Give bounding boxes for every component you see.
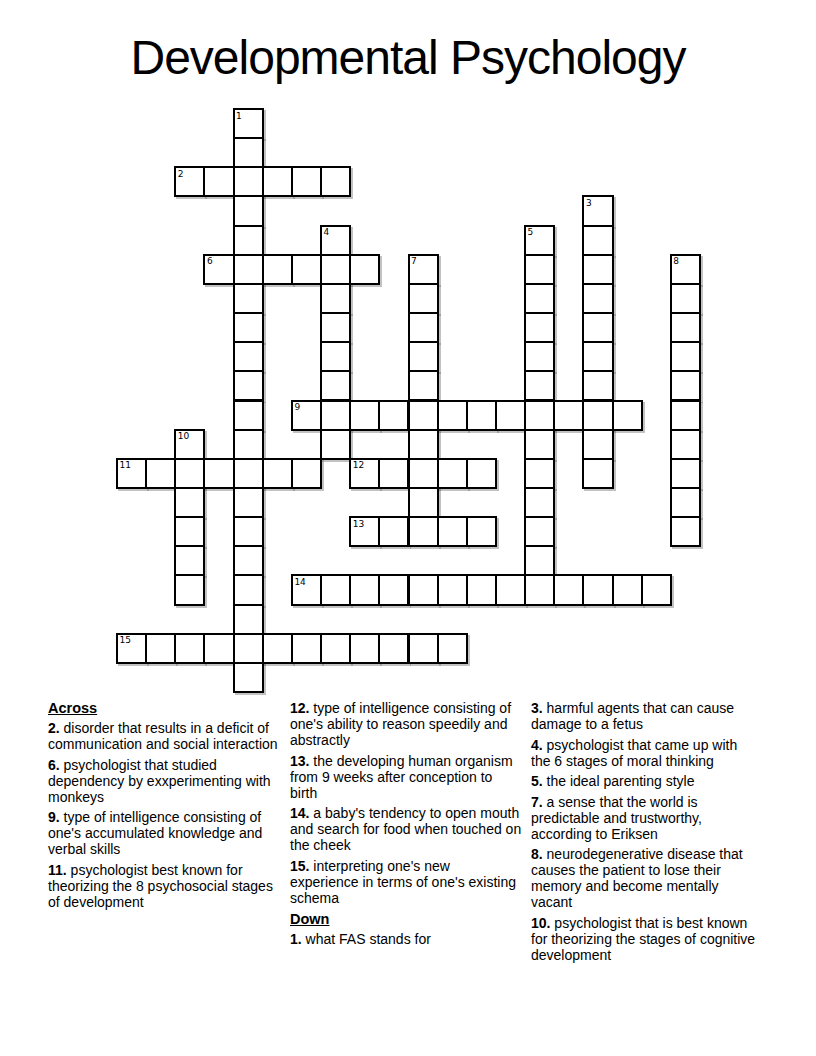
grid-cell-r14c10[interactable] (408, 516, 439, 547)
grid-cell-r9c7[interactable] (320, 370, 351, 401)
grid-cell-r18c10[interactable] (408, 633, 439, 664)
grid-number-5: 5 (528, 227, 534, 237)
grid-cell-r14c9[interactable] (378, 516, 409, 547)
clue-text: the developing human organism from 9 wee… (290, 753, 513, 801)
grid-number-4: 4 (324, 227, 330, 237)
crossword-board: 123456789101112131415 (117, 109, 700, 692)
grid-cell-r7c7[interactable] (320, 312, 351, 343)
grid-cell-r5c14[interactable] (524, 254, 555, 285)
grid-cell-r11c16[interactable] (582, 429, 613, 460)
grid-number-8: 8 (673, 256, 679, 266)
grid-cell-r16c13[interactable] (495, 574, 526, 605)
clue-down-1: 1. what FAS stands for (290, 931, 522, 947)
grid-cell-r15c4[interactable] (233, 545, 264, 576)
grid-cell-r5c16[interactable] (582, 254, 613, 285)
grid-cell-r12c6[interactable] (291, 458, 322, 489)
grid-cell-r10c7[interactable] (320, 400, 351, 431)
grid-cell-r2c4[interactable] (233, 166, 264, 197)
grid-cell-r16c12[interactable] (466, 574, 497, 605)
grid-cell-r10c8[interactable] (349, 400, 380, 431)
clue-across-11: 11. psychologist best known for theorizi… (48, 862, 280, 910)
grid-cell-r7c16[interactable] (582, 312, 613, 343)
grid-number-1: 1 (236, 111, 242, 121)
grid-cell-r7c10[interactable] (408, 312, 439, 343)
grid-cell-r11c14[interactable] (524, 429, 555, 460)
grid-cell-r8c14[interactable] (524, 341, 555, 372)
clue-number-label: 4. (531, 737, 543, 753)
clue-down-7: 7. a sense that the world is predictable… (531, 794, 757, 842)
grid-cell-r10c16[interactable] (582, 400, 613, 431)
grid-cell-r17c4[interactable] (233, 604, 264, 635)
grid-cell-r19c4[interactable] (233, 662, 264, 693)
grid-cell-r12c16[interactable] (582, 458, 613, 489)
grid-cell-r16c17[interactable] (612, 574, 643, 605)
clue-number-label: 15. (290, 858, 309, 874)
grid-cell-r16c16[interactable] (582, 574, 613, 605)
grid-cell-r18c2[interactable] (174, 633, 205, 664)
grid-cell-r12c9[interactable] (378, 458, 409, 489)
grid-cell-r10c17[interactable] (612, 400, 643, 431)
grid-cell-r11c19[interactable] (670, 429, 701, 460)
grid-cell-r15c2[interactable] (174, 545, 205, 576)
grid-cell-r16c11[interactable] (437, 574, 468, 605)
grid-cell-r16c4[interactable] (233, 574, 264, 605)
grid-cell-r6c7[interactable] (320, 283, 351, 314)
clue-across-2: 2. disorder that results in a deficit of… (48, 720, 280, 752)
grid-cell-r6c16[interactable] (582, 283, 613, 314)
clue-number-label: 11. (48, 862, 67, 878)
grid-cell-r10c10[interactable] (408, 400, 439, 431)
grid-cell-r16c9[interactable] (378, 574, 409, 605)
clue-number-label: 3. (531, 700, 543, 716)
clue-number-label: 13. (290, 753, 309, 769)
grid-cell-r2c3[interactable] (203, 166, 234, 197)
grid-cell-r11c4[interactable] (233, 429, 264, 460)
clue-text: the ideal parenting style (547, 773, 695, 789)
grid-cell-r16c14[interactable] (524, 574, 555, 605)
grid-number-11: 11 (120, 460, 131, 470)
grid-cell-r18c11[interactable] (437, 633, 468, 664)
grid-cell-r5c7[interactable] (320, 254, 351, 285)
grid-cell-r18c1[interactable] (145, 633, 176, 664)
clue-number-label: 10. (531, 915, 550, 931)
grid-cell-r13c2[interactable] (174, 487, 205, 518)
grid-cell-r12c14[interactable] (524, 458, 555, 489)
clue-across-15: 15. interpreting one's new experience in… (290, 858, 522, 906)
grid-cell-r6c19[interactable] (670, 283, 701, 314)
clue-text: a sense that the world is predictable an… (531, 794, 702, 842)
grid-number-15: 15 (120, 635, 131, 645)
grid-cell-r2c6[interactable] (291, 166, 322, 197)
grid-cell-r6c4[interactable] (233, 283, 264, 314)
grid-cell-r16c10[interactable] (408, 574, 439, 605)
grid-cell-r9c14[interactable] (524, 370, 555, 401)
grid-cell-r9c4[interactable] (233, 370, 264, 401)
grid-cell-r12c2[interactable] (174, 458, 205, 489)
grid-cell-r12c19[interactable] (670, 458, 701, 489)
grid-cell-r14c19[interactable] (670, 516, 701, 547)
clue-text: neurodegenerative disease that causes th… (531, 846, 743, 910)
grid-cell-r10c13[interactable] (495, 400, 526, 431)
grid-cell-r12c10[interactable] (408, 458, 439, 489)
grid-number-10: 10 (178, 431, 189, 441)
grid-cell-r13c14[interactable] (524, 487, 555, 518)
clue-number-label: 8. (531, 846, 543, 862)
clue-across-13: 13. the developing human organism from 9… (290, 753, 522, 801)
grid-cell-r14c11[interactable] (437, 516, 468, 547)
clue-number-label: 7. (531, 794, 543, 810)
grid-cell-r12c1[interactable] (145, 458, 176, 489)
grid-cell-r18c3[interactable] (203, 633, 234, 664)
grid-cell-r10c15[interactable] (553, 400, 584, 431)
clue-across-14: 14. a baby's tendency to open mouth and … (290, 805, 522, 853)
grid-cell-r14c14[interactable] (524, 516, 555, 547)
page-title: Developmental Psychology (0, 30, 816, 85)
clues-column-3: 3. harmful agents that can cause damage … (531, 700, 757, 967)
grid-number-6: 6 (207, 256, 213, 266)
grid-cell-r12c5[interactable] (262, 458, 293, 489)
grid-number-12: 12 (353, 460, 364, 470)
down-heading: Down (290, 911, 522, 927)
clue-number-label: 14. (290, 805, 309, 821)
grid-cell-r10c11[interactable] (437, 400, 468, 431)
grid-cell-r18c8[interactable] (349, 633, 380, 664)
grid-cell-r8c7[interactable] (320, 341, 351, 372)
grid-cell-r8c10[interactable] (408, 341, 439, 372)
clue-down-8: 8. neurodegenerative disease that causes… (531, 846, 757, 910)
clue-text: psychologist that is best known for theo… (531, 915, 755, 963)
grid-number-3: 3 (586, 198, 592, 208)
grid-number-14: 14 (294, 577, 305, 587)
grid-cell-r5c8[interactable] (349, 254, 380, 285)
clue-text: a baby's tendency to open mouth and sear… (290, 805, 521, 853)
clue-across-12: 12. type of intelligence consisting of o… (290, 700, 522, 748)
grid-cell-r9c19[interactable] (670, 370, 701, 401)
clue-down-4: 4. psychologist that came up with the 6 … (531, 737, 757, 769)
grid-cell-r16c2[interactable] (174, 574, 205, 605)
clue-text: type of intelligence consisting of one's… (48, 809, 262, 857)
grid-cell-r10c12[interactable] (466, 400, 497, 431)
grid-cell-r16c7[interactable] (320, 574, 351, 605)
clue-text: harmful agents that can cause damage to … (531, 700, 734, 732)
grid-cell-r4c16[interactable] (582, 225, 613, 256)
clue-down-10: 10. psychologist that is best known for … (531, 915, 757, 963)
grid-cell-r4c4[interactable] (233, 225, 264, 256)
grid-cell-r8c19[interactable] (670, 341, 701, 372)
grid-cell-r2c5[interactable] (262, 166, 293, 197)
clue-number-label: 12. (290, 700, 309, 716)
clue-across-6: 6. psychologist that studied dependency … (48, 757, 280, 805)
grid-number-7: 7 (411, 256, 417, 266)
grid-cell-r18c4[interactable] (233, 633, 264, 664)
grid-cell-r14c12[interactable] (466, 516, 497, 547)
grid-number-13: 13 (353, 519, 364, 529)
grid-cell-r12c4[interactable] (233, 458, 264, 489)
grid-cell-r13c4[interactable] (233, 487, 264, 518)
grid-cell-r3c4[interactable] (233, 195, 264, 226)
clue-across-9: 9. type of intelligence consisting of on… (48, 809, 280, 857)
grid-cell-r6c14[interactable] (524, 283, 555, 314)
grid-cell-r10c14[interactable] (524, 400, 555, 431)
clue-text: disorder that results in a deficit of co… (48, 720, 278, 752)
clue-down-5: 5. the ideal parenting style (531, 773, 757, 789)
across-heading: Across (48, 700, 280, 716)
grid-cell-r12c3[interactable] (203, 458, 234, 489)
grid-cell-r7c4[interactable] (233, 312, 264, 343)
clue-number-label: 6. (48, 757, 60, 773)
grid-cell-r14c2[interactable] (174, 516, 205, 547)
grid-cell-r2c7[interactable] (320, 166, 351, 197)
grid-cell-r18c9[interactable] (378, 633, 409, 664)
clue-down-3: 3. harmful agents that can cause damage … (531, 700, 757, 732)
grid-cell-r8c4[interactable] (233, 341, 264, 372)
grid-cell-r18c5[interactable] (262, 633, 293, 664)
grid-cell-r10c4[interactable] (233, 400, 264, 431)
clue-text: what FAS stands for (306, 931, 431, 947)
grid-cell-r7c14[interactable] (524, 312, 555, 343)
grid-cell-r10c19[interactable] (670, 400, 701, 431)
grid-cell-r15c14[interactable] (524, 545, 555, 576)
grid-cell-r7c19[interactable] (670, 312, 701, 343)
grid-cell-r5c6[interactable] (291, 254, 322, 285)
clue-number-label: 5. (531, 773, 543, 789)
grid-cell-r1c4[interactable] (233, 137, 264, 168)
grid-cell-r16c15[interactable] (553, 574, 584, 605)
grid-cell-r8c16[interactable] (582, 341, 613, 372)
clue-text: type of intelligence consisting of one's… (290, 700, 511, 748)
grid-cell-r11c10[interactable] (408, 429, 439, 460)
grid-cell-r13c19[interactable] (670, 487, 701, 518)
grid-cell-r5c5[interactable] (262, 254, 293, 285)
grid-cell-r6c10[interactable] (408, 283, 439, 314)
grid-cell-r9c16[interactable] (582, 370, 613, 401)
grid-cell-r5c4[interactable] (233, 254, 264, 285)
grid-number-2: 2 (178, 169, 184, 179)
clues-column-1: Across 2. disorder that results in a def… (48, 700, 280, 914)
grid-cell-r10c9[interactable] (378, 400, 409, 431)
grid-cell-r13c10[interactable] (408, 487, 439, 518)
clue-number-label: 9. (48, 809, 60, 825)
grid-cell-r16c8[interactable] (349, 574, 380, 605)
grid-cell-r16c18[interactable] (641, 574, 672, 605)
grid-cell-r11c7[interactable] (320, 429, 351, 460)
grid-cell-r12c12[interactable] (466, 458, 497, 489)
grid-cell-r18c7[interactable] (320, 633, 351, 664)
grid-cell-r12c11[interactable] (437, 458, 468, 489)
clue-number-label: 1. (290, 931, 302, 947)
clues-column-2: 12. type of intelligence consisting of o… (290, 700, 522, 951)
grid-cell-r18c6[interactable] (291, 633, 322, 664)
clue-number-label: 2. (48, 720, 60, 736)
clue-text: psychologist that studied dependency by … (48, 757, 271, 805)
clue-text: psychologist that came up with the 6 sta… (531, 737, 737, 769)
clue-text: psychologist best known for theorizing t… (48, 862, 273, 910)
grid-number-9: 9 (294, 402, 300, 412)
clue-text: interpreting one's new experience in ter… (290, 858, 516, 906)
grid-cell-r14c4[interactable] (233, 516, 264, 547)
grid-cell-r9c10[interactable] (408, 370, 439, 401)
